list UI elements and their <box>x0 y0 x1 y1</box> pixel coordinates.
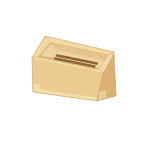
wooden-box-figure <box>0 0 146 146</box>
product-photo-canvas <box>0 0 146 146</box>
